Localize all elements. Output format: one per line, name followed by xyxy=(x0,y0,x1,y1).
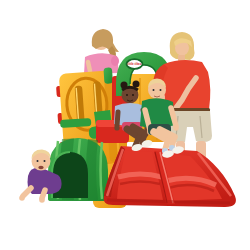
platform-girl-arm xyxy=(88,62,90,71)
slide-girl-eye-left xyxy=(126,94,128,96)
badge-text: little tikes xyxy=(128,62,142,66)
crawling-boy-eye-left xyxy=(37,160,39,162)
crawling-boy-eye-right xyxy=(44,160,46,162)
slide-boy-eye-right xyxy=(160,89,162,91)
slide-girl-left-arm xyxy=(117,112,118,126)
green-top-tab xyxy=(103,67,113,84)
slide-boy-eye-left xyxy=(153,89,155,91)
crawling-boy-laughing-mouth xyxy=(38,166,43,170)
platform-girl-sleeve xyxy=(111,56,119,66)
crawling-boy-right-hand xyxy=(39,197,45,203)
crawling-boy-right-arm xyxy=(42,190,45,198)
little-tikes-logo-badge: little tikes xyxy=(127,59,143,69)
slide-boy-right-hand xyxy=(173,125,179,131)
slide-girl-left-hand xyxy=(114,125,119,130)
product-photo: girl in pink shirt standing on rear plat… xyxy=(0,0,250,250)
slide-girl-eye-right xyxy=(132,94,134,96)
crawling-boy-left-hand xyxy=(19,195,25,201)
playset-scene: girl in pink shirt standing on rear plat… xyxy=(0,0,250,250)
